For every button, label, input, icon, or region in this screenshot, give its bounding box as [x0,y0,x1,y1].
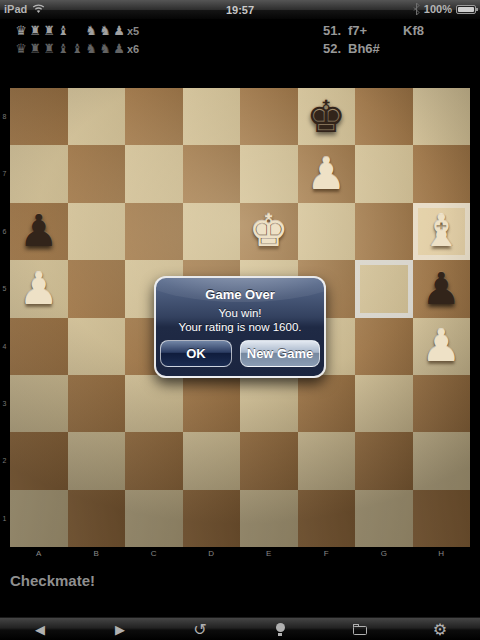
ok-button[interactable]: OK [160,340,232,367]
captured-piece: ♜ [28,40,42,58]
file-label-e: E [240,549,298,558]
black-pawn[interactable]: ♟ [10,203,68,260]
square-h8[interactable] [413,88,471,145]
captured-piece: ♟ [112,22,126,40]
file-label-h: H [413,549,471,558]
white-bishop[interactable]: ♝ [413,203,471,260]
rank-label-2: 2 [0,457,9,464]
rank-label-4: 4 [0,343,9,350]
captured-piece: ♞ [84,40,98,58]
square-h6[interactable]: ♝ [413,203,471,260]
captured-pieces: ♛♜♜♝♞♞♟x5♛♜♜♝♝♞♞♟x6 [14,22,139,58]
square-f3[interactable] [298,375,356,432]
square-c3[interactable] [125,375,183,432]
undo-button[interactable]: ↺ [180,618,220,640]
square-a8[interactable] [10,88,68,145]
file-label-c: C [125,549,183,558]
dialog-title: Game Over [156,287,324,302]
white-move: Bh6# [348,40,403,58]
square-f7[interactable]: ♟ [298,145,356,202]
square-c8[interactable] [125,88,183,145]
square-c1[interactable] [125,490,183,547]
games-button[interactable] [340,618,380,640]
status-bar: iPad 19:57 100% [0,0,480,20]
captured-piece: ♛ [14,22,28,40]
file-label-b: B [68,549,126,558]
dialog-message: You win! Your rating is now 1600. [156,306,324,334]
battery-percent-label: 100% [424,3,452,15]
square-b8[interactable] [68,88,126,145]
hint-button[interactable] [260,618,300,640]
captured-piece: ♟ [112,40,126,58]
square-e8[interactable] [240,88,298,145]
square-g7[interactable] [355,145,413,202]
square-g6[interactable] [355,203,413,260]
captured-pawn-count: x5 [127,25,139,37]
info-area: ♛♜♜♝♞♞♟x5♛♜♜♝♝♞♞♟x6 51.f7+Kf852.Bh6# [0,20,480,88]
square-g2[interactable] [355,432,413,489]
game-over-dialog: Game Over You win! Your rating is now 16… [154,276,326,378]
square-c7[interactable] [125,145,183,202]
settings-button[interactable]: ⚙ [420,618,460,640]
rank-label-1: 1 [0,515,9,522]
square-e3[interactable] [240,375,298,432]
white-pawn[interactable]: ♟ [298,145,356,202]
rank-label-6: 6 [0,228,9,235]
rank-label-3: 3 [0,400,9,407]
square-b3[interactable] [68,375,126,432]
black-king[interactable]: ♚ [298,88,356,145]
folder-icon [353,624,367,635]
captured-piece: ♞ [84,22,98,40]
move-number: 51. [323,22,348,40]
square-h3[interactable] [413,375,471,432]
captured-row-black-pieces-lost: ♛♜♜♝♝♞♞♟x6 [14,40,139,58]
new-game-button[interactable]: New Game [240,340,320,367]
captured-piece: ♞ [98,40,112,58]
back-button[interactable]: ◀ [20,618,60,640]
square-a1[interactable] [10,490,68,547]
captured-piece: ♝ [56,40,70,58]
captured-row-white-pieces-lost: ♛♜♜♝♞♞♟x5 [14,22,139,40]
bluetooth-icon [413,3,420,15]
forward-button[interactable]: ▶ [100,618,140,640]
rank-label-7: 7 [0,170,9,177]
square-f6[interactable] [298,203,356,260]
square-b5[interactable] [68,260,126,317]
square-b1[interactable] [68,490,126,547]
rank-label-8: 8 [0,113,9,120]
black-move: Kf8 [403,22,424,40]
app-screen: iPad 19:57 100% ♛♜♜♝♞♞♟x5♛♜♜♝♝ [0,0,480,640]
move-list: 51.f7+Kf852.Bh6# [323,22,424,58]
gear-icon: ⚙ [433,620,447,639]
square-b7[interactable] [68,145,126,202]
move-row: 52.Bh6# [323,40,424,58]
square-a2[interactable] [10,432,68,489]
battery-icon [456,5,476,14]
square-c6[interactable] [125,203,183,260]
square-g1[interactable] [355,490,413,547]
captured-piece: ♛ [14,40,28,58]
square-a4[interactable] [10,318,68,375]
captured-piece: ♝ [56,22,70,40]
move-row: 51.f7+Kf8 [323,22,424,40]
square-a5[interactable]: ♟ [10,260,68,317]
black-pawn[interactable]: ♟ [413,260,471,317]
game-status-text: Checkmate! [10,572,95,589]
square-f8[interactable]: ♚ [298,88,356,145]
lightbulb-icon [276,623,285,636]
square-d7[interactable] [183,145,241,202]
square-f1[interactable] [298,490,356,547]
square-g5[interactable] [355,260,413,317]
captured-pawn-count: x6 [127,43,139,55]
square-g8[interactable] [355,88,413,145]
captured-piece: ♜ [42,22,56,40]
square-a3[interactable] [10,375,68,432]
square-g4[interactable] [355,318,413,375]
square-h5[interactable]: ♟ [413,260,471,317]
captured-piece: ♝ [70,40,84,58]
white-pawn[interactable]: ♟ [413,318,471,375]
square-d1[interactable] [183,490,241,547]
bottom-toolbar: ◀▶↺⚙ [0,617,480,640]
square-h1[interactable] [413,490,471,547]
file-label-a: A [10,549,68,558]
square-d8[interactable] [183,88,241,145]
square-d3[interactable] [183,375,241,432]
white-pawn[interactable]: ♟ [10,260,68,317]
file-labels: ABCDEFGH [10,547,470,562]
dialog-message-line2: Your rating is now 1600. [156,320,324,334]
rank-labels: 87654321 [0,88,10,547]
square-h2[interactable] [413,432,471,489]
square-b2[interactable] [68,432,126,489]
square-e2[interactable] [240,432,298,489]
undo-icon: ↺ [193,620,206,639]
rank-label-5: 5 [0,285,9,292]
square-e6[interactable]: ♚ [240,203,298,260]
square-e7[interactable] [240,145,298,202]
square-b6[interactable] [68,203,126,260]
captured-piece: ♜ [28,22,42,40]
back-icon: ◀ [35,622,45,637]
square-a6[interactable]: ♟ [10,203,68,260]
clock: 19:57 [0,4,480,16]
forward-icon: ▶ [115,622,125,637]
file-label-g: G [355,549,413,558]
captured-piece: ♜ [42,40,56,58]
move-number: 52. [323,40,348,58]
square-f2[interactable] [298,432,356,489]
file-label-d: D [183,549,241,558]
captured-piece: ♞ [98,22,112,40]
dialog-message-line1: You win! [156,306,324,320]
square-g3[interactable] [355,375,413,432]
file-label-f: F [298,549,356,558]
square-c2[interactable] [125,432,183,489]
square-h7[interactable] [413,145,471,202]
white-king[interactable]: ♚ [240,203,298,260]
square-d2[interactable] [183,432,241,489]
square-e1[interactable] [240,490,298,547]
square-b4[interactable] [68,318,126,375]
square-a7[interactable] [10,145,68,202]
white-move: f7+ [348,22,403,40]
square-h4[interactable]: ♟ [413,318,471,375]
square-d6[interactable] [183,203,241,260]
